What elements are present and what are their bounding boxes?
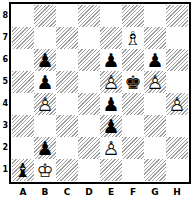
square-f5[interactable]: ♚ bbox=[122, 71, 144, 93]
square-b1[interactable]: ♚♔ bbox=[34, 159, 56, 181]
white-pawn: ♙ bbox=[166, 93, 188, 115]
square-e7[interactable] bbox=[100, 27, 122, 49]
chess-board: ♝♗♟♟♟♟♟♙♚♟♙♟♙♟♟♙♟♟♟♙♝♚♔ bbox=[12, 5, 188, 181]
white-pawn: ♙ bbox=[144, 71, 166, 93]
file-label-c: C bbox=[56, 187, 78, 197]
rank-label-2: 2 bbox=[0, 137, 8, 159]
white-pawn: ♙ bbox=[34, 93, 56, 115]
square-d7[interactable] bbox=[78, 27, 100, 49]
square-d8[interactable] bbox=[78, 5, 100, 27]
square-a4[interactable] bbox=[12, 93, 34, 115]
square-e4[interactable]: ♟ bbox=[100, 93, 122, 115]
file-label-g: G bbox=[144, 187, 166, 197]
square-f4[interactable] bbox=[122, 93, 144, 115]
black-pawn: ♟ bbox=[144, 49, 166, 71]
square-b7[interactable] bbox=[34, 27, 56, 49]
square-c5[interactable] bbox=[56, 71, 78, 93]
square-d1[interactable] bbox=[78, 159, 100, 181]
white-bishop: ♗ bbox=[122, 27, 144, 49]
square-f2[interactable] bbox=[122, 137, 144, 159]
white-pawn: ♙ bbox=[100, 71, 122, 93]
white-pawn: ♙ bbox=[100, 137, 122, 159]
square-h2[interactable] bbox=[166, 137, 188, 159]
black-king: ♚ bbox=[122, 71, 144, 93]
square-f3[interactable] bbox=[122, 115, 144, 137]
square-a7[interactable] bbox=[12, 27, 34, 49]
square-h8[interactable] bbox=[166, 5, 188, 27]
square-c6[interactable] bbox=[56, 49, 78, 71]
square-b3[interactable] bbox=[34, 115, 56, 137]
square-b4[interactable]: ♟♙ bbox=[34, 93, 56, 115]
square-a5[interactable] bbox=[12, 71, 34, 93]
rank-label-8: 8 bbox=[0, 5, 8, 27]
square-d2[interactable] bbox=[78, 137, 100, 159]
square-g5[interactable]: ♟♙ bbox=[144, 71, 166, 93]
board-frame: ♝♗♟♟♟♟♟♙♚♟♙♟♙♟♟♙♟♟♟♙♝♚♔ bbox=[9, 2, 191, 184]
rank-label-3: 3 bbox=[0, 115, 8, 137]
square-a8[interactable] bbox=[12, 5, 34, 27]
square-c4[interactable] bbox=[56, 93, 78, 115]
black-bishop: ♝ bbox=[12, 159, 34, 181]
square-e2[interactable]: ♟♙ bbox=[100, 137, 122, 159]
black-pawn: ♟ bbox=[34, 71, 56, 93]
white-king: ♔ bbox=[34, 159, 56, 181]
file-label-d: D bbox=[78, 187, 100, 197]
black-pawn: ♟ bbox=[34, 137, 56, 159]
square-g4[interactable] bbox=[144, 93, 166, 115]
square-b2[interactable]: ♟ bbox=[34, 137, 56, 159]
file-label-b: B bbox=[34, 187, 56, 197]
square-b6[interactable]: ♟ bbox=[34, 49, 56, 71]
square-d4[interactable] bbox=[78, 93, 100, 115]
square-e5[interactable]: ♟♙ bbox=[100, 71, 122, 93]
rank-label-4: 4 bbox=[0, 93, 8, 115]
square-e3[interactable]: ♟ bbox=[100, 115, 122, 137]
square-f8[interactable] bbox=[122, 5, 144, 27]
square-g7[interactable] bbox=[144, 27, 166, 49]
square-c2[interactable] bbox=[56, 137, 78, 159]
square-f1[interactable] bbox=[122, 159, 144, 181]
square-e8[interactable] bbox=[100, 5, 122, 27]
square-c7[interactable] bbox=[56, 27, 78, 49]
square-f7[interactable]: ♝♗ bbox=[122, 27, 144, 49]
rank-label-6: 6 bbox=[0, 49, 8, 71]
square-e6[interactable]: ♟ bbox=[100, 49, 122, 71]
square-a6[interactable] bbox=[12, 49, 34, 71]
file-label-f: F bbox=[122, 187, 144, 197]
square-a1[interactable]: ♝ bbox=[12, 159, 34, 181]
square-c1[interactable] bbox=[56, 159, 78, 181]
square-g2[interactable] bbox=[144, 137, 166, 159]
square-f6[interactable] bbox=[122, 49, 144, 71]
file-label-h: H bbox=[166, 187, 188, 197]
square-c8[interactable] bbox=[56, 5, 78, 27]
rank-label-5: 5 bbox=[0, 71, 8, 93]
black-pawn: ♟ bbox=[100, 115, 122, 137]
chess-diagram: 87654321 ♝♗♟♟♟♟♟♙♚♟♙♟♙♟♟♙♟♟♟♙♝♚♔ ABCDEFG… bbox=[0, 0, 196, 200]
square-h7[interactable] bbox=[166, 27, 188, 49]
file-labels: ABCDEFGH bbox=[12, 187, 188, 197]
square-b8[interactable] bbox=[34, 5, 56, 27]
file-label-a: A bbox=[12, 187, 34, 197]
square-h4[interactable]: ♟♙ bbox=[166, 93, 188, 115]
rank-label-1: 1 bbox=[0, 159, 8, 181]
square-e1[interactable] bbox=[100, 159, 122, 181]
square-g1[interactable] bbox=[144, 159, 166, 181]
black-pawn: ♟ bbox=[100, 49, 122, 71]
black-pawn: ♟ bbox=[34, 49, 56, 71]
square-g8[interactable] bbox=[144, 5, 166, 27]
square-a2[interactable] bbox=[12, 137, 34, 159]
square-a3[interactable] bbox=[12, 115, 34, 137]
square-h5[interactable] bbox=[166, 71, 188, 93]
file-label-e: E bbox=[100, 187, 122, 197]
square-c3[interactable] bbox=[56, 115, 78, 137]
square-b5[interactable]: ♟ bbox=[34, 71, 56, 93]
square-h1[interactable] bbox=[166, 159, 188, 181]
square-d5[interactable] bbox=[78, 71, 100, 93]
square-g6[interactable]: ♟ bbox=[144, 49, 166, 71]
rank-label-7: 7 bbox=[0, 27, 8, 49]
square-h3[interactable] bbox=[166, 115, 188, 137]
square-g3[interactable] bbox=[144, 115, 166, 137]
square-h6[interactable] bbox=[166, 49, 188, 71]
rank-labels: 87654321 bbox=[0, 5, 8, 181]
black-pawn: ♟ bbox=[100, 93, 122, 115]
square-d3[interactable] bbox=[78, 115, 100, 137]
square-d6[interactable] bbox=[78, 49, 100, 71]
